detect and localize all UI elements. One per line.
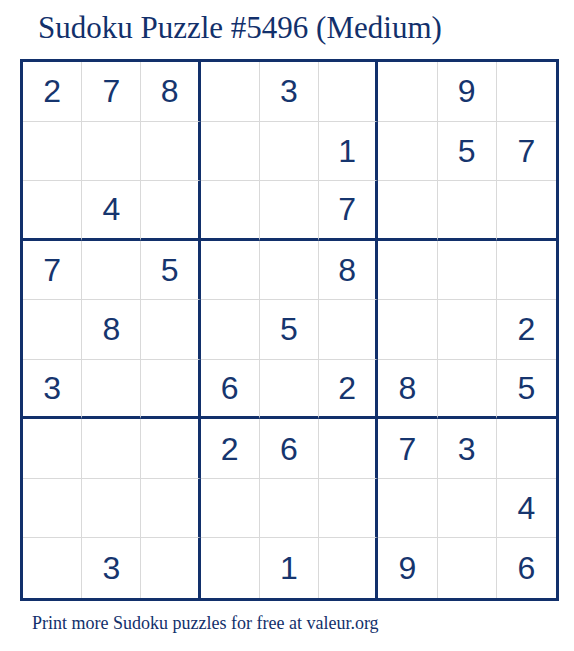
cell-r6c9[interactable]: 5 bbox=[497, 360, 556, 420]
cell-r7c6[interactable] bbox=[319, 419, 378, 479]
cell-r5c4[interactable] bbox=[201, 300, 260, 360]
cell-r4c1[interactable]: 7 bbox=[23, 241, 82, 301]
cell-r2c7[interactable] bbox=[378, 122, 437, 182]
footer-text: Print more Sudoku puzzles for free at va… bbox=[32, 613, 379, 634]
cell-r2c3[interactable] bbox=[141, 122, 200, 182]
cell-r9c8[interactable] bbox=[438, 538, 497, 598]
cell-r1c9[interactable] bbox=[497, 62, 556, 122]
cell-r4c9[interactable] bbox=[497, 241, 556, 301]
cell-r2c4[interactable] bbox=[201, 122, 260, 182]
cell-r6c1[interactable]: 3 bbox=[23, 360, 82, 420]
cell-r9c6[interactable] bbox=[319, 538, 378, 598]
cell-r9c4[interactable] bbox=[201, 538, 260, 598]
cell-r5c6[interactable] bbox=[319, 300, 378, 360]
cell-r4c8[interactable] bbox=[438, 241, 497, 301]
cell-r9c9[interactable]: 6 bbox=[497, 538, 556, 598]
cell-r1c8[interactable]: 9 bbox=[438, 62, 497, 122]
cell-r8c5[interactable] bbox=[260, 479, 319, 539]
cell-r4c5[interactable] bbox=[260, 241, 319, 301]
cell-r6c5[interactable] bbox=[260, 360, 319, 420]
cell-r5c2[interactable]: 8 bbox=[82, 300, 141, 360]
cell-r6c3[interactable] bbox=[141, 360, 200, 420]
cell-r9c2[interactable]: 3 bbox=[82, 538, 141, 598]
page: { "page": { "title": "Sudoku Puzzle #549… bbox=[0, 0, 574, 651]
cell-r7c5[interactable]: 6 bbox=[260, 419, 319, 479]
cell-r9c1[interactable] bbox=[23, 538, 82, 598]
cell-r2c1[interactable] bbox=[23, 122, 82, 182]
cell-r3c7[interactable] bbox=[378, 181, 437, 241]
sudoku-board: 278391574775885236285267343196 bbox=[20, 59, 559, 601]
cell-r8c3[interactable] bbox=[141, 479, 200, 539]
cell-r1c1[interactable]: 2 bbox=[23, 62, 82, 122]
cell-r6c6[interactable]: 2 bbox=[319, 360, 378, 420]
cell-r8c2[interactable] bbox=[82, 479, 141, 539]
cell-r8c9[interactable]: 4 bbox=[497, 479, 556, 539]
cell-r7c7[interactable]: 7 bbox=[378, 419, 437, 479]
cell-r2c5[interactable] bbox=[260, 122, 319, 182]
cell-r3c4[interactable] bbox=[201, 181, 260, 241]
cell-r5c1[interactable] bbox=[23, 300, 82, 360]
cell-r6c2[interactable] bbox=[82, 360, 141, 420]
cell-r8c8[interactable] bbox=[438, 479, 497, 539]
cell-r7c2[interactable] bbox=[82, 419, 141, 479]
cell-r9c7[interactable]: 9 bbox=[378, 538, 437, 598]
cell-r4c6[interactable]: 8 bbox=[319, 241, 378, 301]
cell-r1c5[interactable]: 3 bbox=[260, 62, 319, 122]
cell-r2c2[interactable] bbox=[82, 122, 141, 182]
cell-r3c1[interactable] bbox=[23, 181, 82, 241]
cell-r3c6[interactable]: 7 bbox=[319, 181, 378, 241]
cell-r5c5[interactable]: 5 bbox=[260, 300, 319, 360]
cell-r3c8[interactable] bbox=[438, 181, 497, 241]
cell-r6c4[interactable]: 6 bbox=[201, 360, 260, 420]
cell-r9c5[interactable]: 1 bbox=[260, 538, 319, 598]
cell-r8c1[interactable] bbox=[23, 479, 82, 539]
cell-r3c3[interactable] bbox=[141, 181, 200, 241]
cell-r3c2[interactable]: 4 bbox=[82, 181, 141, 241]
cell-r1c4[interactable] bbox=[201, 62, 260, 122]
cell-r5c3[interactable] bbox=[141, 300, 200, 360]
cell-r8c6[interactable] bbox=[319, 479, 378, 539]
cell-r2c6[interactable]: 1 bbox=[319, 122, 378, 182]
cell-r1c2[interactable]: 7 bbox=[82, 62, 141, 122]
cell-r8c7[interactable] bbox=[378, 479, 437, 539]
cell-r9c3[interactable] bbox=[141, 538, 200, 598]
cell-r2c8[interactable]: 5 bbox=[438, 122, 497, 182]
cell-r5c7[interactable] bbox=[378, 300, 437, 360]
cell-r3c5[interactable] bbox=[260, 181, 319, 241]
cell-r4c4[interactable] bbox=[201, 241, 260, 301]
cell-r1c3[interactable]: 8 bbox=[141, 62, 200, 122]
cell-r4c3[interactable]: 5 bbox=[141, 241, 200, 301]
cell-r1c7[interactable] bbox=[378, 62, 437, 122]
cell-r7c3[interactable] bbox=[141, 419, 200, 479]
cell-r7c1[interactable] bbox=[23, 419, 82, 479]
cell-r1c6[interactable] bbox=[319, 62, 378, 122]
cell-r7c4[interactable]: 2 bbox=[201, 419, 260, 479]
cell-r7c9[interactable] bbox=[497, 419, 556, 479]
cell-r7c8[interactable]: 3 bbox=[438, 419, 497, 479]
page-title: Sudoku Puzzle #5496 (Medium) bbox=[38, 10, 442, 46]
cell-r4c7[interactable] bbox=[378, 241, 437, 301]
cell-r2c9[interactable]: 7 bbox=[497, 122, 556, 182]
cell-r5c9[interactable]: 2 bbox=[497, 300, 556, 360]
cell-r3c9[interactable] bbox=[497, 181, 556, 241]
cell-r5c8[interactable] bbox=[438, 300, 497, 360]
cell-r6c8[interactable] bbox=[438, 360, 497, 420]
cell-r8c4[interactable] bbox=[201, 479, 260, 539]
cell-r6c7[interactable]: 8 bbox=[378, 360, 437, 420]
cell-r4c2[interactable] bbox=[82, 241, 141, 301]
